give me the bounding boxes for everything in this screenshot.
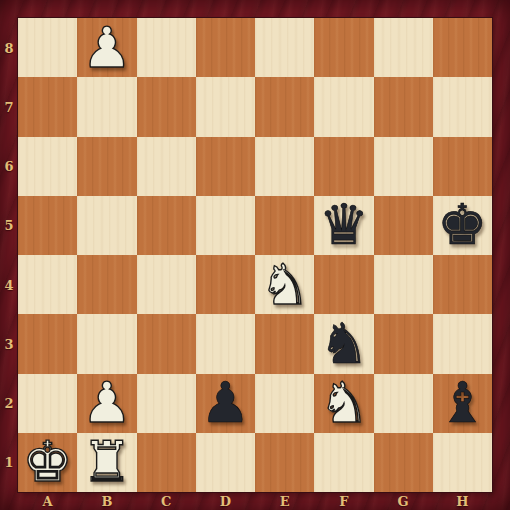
- square-g3[interactable]: [374, 314, 433, 373]
- square-c6[interactable]: [137, 137, 196, 196]
- square-e1[interactable]: [255, 433, 314, 492]
- square-g6[interactable]: [374, 137, 433, 196]
- square-b6[interactable]: [77, 137, 136, 196]
- square-b4[interactable]: [77, 255, 136, 314]
- square-c3[interactable]: [137, 314, 196, 373]
- square-g1[interactable]: [374, 433, 433, 492]
- square-d2[interactable]: ♟: [196, 374, 255, 433]
- square-b1[interactable]: ♜: [77, 433, 136, 492]
- square-f7[interactable]: [314, 77, 373, 136]
- file-label-c: C: [161, 494, 171, 509]
- square-c8[interactable]: [137, 18, 196, 77]
- square-f6[interactable]: [314, 137, 373, 196]
- piece-black-queen[interactable]: ♛: [314, 196, 373, 255]
- square-h8[interactable]: [433, 18, 492, 77]
- square-a1[interactable]: ♚: [18, 433, 77, 492]
- square-d7[interactable]: [196, 77, 255, 136]
- square-f8[interactable]: [314, 18, 373, 77]
- square-h2[interactable]: ♝: [433, 374, 492, 433]
- square-c5[interactable]: [137, 196, 196, 255]
- square-h1[interactable]: [433, 433, 492, 492]
- rank-label-5: 5: [4, 218, 13, 233]
- square-d8[interactable]: [196, 18, 255, 77]
- square-c1[interactable]: [137, 433, 196, 492]
- square-f5[interactable]: ♛: [314, 196, 373, 255]
- square-g2[interactable]: [374, 374, 433, 433]
- square-b5[interactable]: [77, 196, 136, 255]
- file-label-d: D: [220, 494, 231, 509]
- square-f1[interactable]: [314, 433, 373, 492]
- square-e3[interactable]: [255, 314, 314, 373]
- square-a7[interactable]: [18, 77, 77, 136]
- square-c7[interactable]: [137, 77, 196, 136]
- file-label-a: A: [43, 494, 53, 509]
- square-e6[interactable]: [255, 137, 314, 196]
- rank-label-8: 8: [4, 40, 13, 55]
- square-f4[interactable]: [314, 255, 373, 314]
- rank-label-2: 2: [4, 396, 13, 411]
- square-a4[interactable]: [18, 255, 77, 314]
- square-d3[interactable]: [196, 314, 255, 373]
- square-h5[interactable]: ♚: [433, 196, 492, 255]
- square-a3[interactable]: [18, 314, 77, 373]
- square-f2[interactable]: ♞: [314, 374, 373, 433]
- square-g4[interactable]: [374, 255, 433, 314]
- piece-white-rook[interactable]: ♜: [77, 433, 136, 492]
- square-g5[interactable]: [374, 196, 433, 255]
- square-a5[interactable]: [18, 196, 77, 255]
- rank-label-4: 4: [4, 277, 13, 292]
- square-h7[interactable]: [433, 77, 492, 136]
- piece-white-pawn[interactable]: ♟: [77, 374, 136, 433]
- file-label-g: G: [398, 494, 409, 509]
- square-b7[interactable]: [77, 77, 136, 136]
- square-g7[interactable]: [374, 77, 433, 136]
- square-c4[interactable]: [137, 255, 196, 314]
- piece-white-knight[interactable]: ♞: [314, 374, 373, 433]
- square-h3[interactable]: [433, 314, 492, 373]
- square-b3[interactable]: [77, 314, 136, 373]
- square-b2[interactable]: ♟: [77, 374, 136, 433]
- square-c2[interactable]: [137, 374, 196, 433]
- square-d5[interactable]: [196, 196, 255, 255]
- square-a6[interactable]: [18, 137, 77, 196]
- file-label-f: F: [339, 494, 348, 509]
- piece-white-king[interactable]: ♚: [18, 433, 77, 492]
- piece-black-pawn[interactable]: ♟: [196, 374, 255, 433]
- piece-black-king[interactable]: ♚: [433, 196, 492, 255]
- square-e5[interactable]: [255, 196, 314, 255]
- chess-board-frame: ♟♛♚♞♞♟♟♞♝♚♜ 87654321ABCDEFGH: [0, 0, 510, 510]
- square-h4[interactable]: [433, 255, 492, 314]
- square-e2[interactable]: [255, 374, 314, 433]
- square-e7[interactable]: [255, 77, 314, 136]
- square-h6[interactable]: [433, 137, 492, 196]
- chess-board: ♟♛♚♞♞♟♟♞♝♚♜: [18, 18, 492, 492]
- piece-black-bishop[interactable]: ♝: [433, 374, 492, 433]
- piece-white-pawn[interactable]: ♟: [77, 18, 136, 77]
- square-d6[interactable]: [196, 137, 255, 196]
- piece-black-knight[interactable]: ♞: [314, 314, 373, 373]
- square-a2[interactable]: [18, 374, 77, 433]
- rank-label-3: 3: [4, 336, 13, 351]
- square-b8[interactable]: ♟: [77, 18, 136, 77]
- square-d4[interactable]: [196, 255, 255, 314]
- piece-white-knight[interactable]: ♞: [255, 255, 314, 314]
- square-g8[interactable]: [374, 18, 433, 77]
- file-label-e: E: [280, 494, 290, 509]
- file-label-h: H: [456, 494, 468, 509]
- file-label-b: B: [101, 494, 112, 509]
- rank-label-7: 7: [4, 99, 13, 114]
- square-f3[interactable]: ♞: [314, 314, 373, 373]
- square-a8[interactable]: [18, 18, 77, 77]
- square-e8[interactable]: [255, 18, 314, 77]
- rank-label-1: 1: [4, 455, 13, 470]
- square-e4[interactable]: ♞: [255, 255, 314, 314]
- rank-label-6: 6: [4, 159, 13, 174]
- square-d1[interactable]: [196, 433, 255, 492]
